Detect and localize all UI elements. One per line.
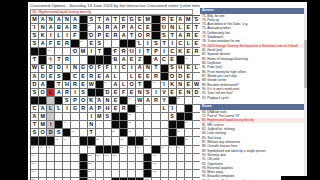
grid-cell[interactable]: S [55,73,63,81]
grid-cell[interactable]: A [47,24,55,32]
grid-cell[interactable]: I [128,65,136,73]
grid-cell[interactable]: 3N [47,16,55,24]
grid-cell[interactable] [63,170,71,178]
grid-cell[interactable]: 61S [63,97,71,105]
grid-cell[interactable]: 98 [177,146,185,154]
grid-cell[interactable]: L [120,81,128,89]
grid-cell[interactable]: 57S [31,89,39,97]
grid-cell[interactable]: 93 [120,146,128,154]
grid-cell[interactable] [144,105,152,113]
grid-cell[interactable]: L [161,105,169,113]
grid-cell[interactable] [177,105,185,113]
grid-cell[interactable]: S [169,113,177,121]
grid-cell[interactable]: A [120,56,128,64]
grid-cell[interactable]: E [55,40,63,48]
grid-cell[interactable]: R [152,73,160,81]
grid-cell[interactable]: C [136,24,144,32]
grid-cell[interactable]: 34U [128,48,136,56]
grid-cell[interactable] [104,178,112,180]
grid-cell[interactable]: N [71,65,79,73]
grid-cell[interactable]: 108 [31,170,39,178]
grid-cell[interactable]: 66C [31,105,39,113]
grid-cell[interactable]: 31O [71,48,79,56]
grid-cell[interactable]: 39 [185,56,193,64]
grid-cell[interactable]: C [161,56,169,64]
grid-cell[interactable] [169,170,177,178]
grid-cell[interactable]: M [96,113,104,121]
grid-cell[interactable]: 59D [104,89,112,97]
grid-cell[interactable] [161,178,169,180]
grid-cell[interactable]: S [104,113,112,121]
grid-cell[interactable] [47,170,55,178]
grid-cell[interactable]: 92 [88,146,96,154]
grid-cell[interactable]: 30 [47,48,55,56]
grid-cell[interactable]: P [71,97,79,105]
grid-cell[interactable] [80,121,88,129]
grid-cell[interactable]: 35T [31,56,39,64]
grid-cell[interactable] [152,105,160,113]
grid-cell[interactable] [177,170,185,178]
grid-cell[interactable]: T [161,40,169,48]
grid-cell[interactable]: 22U [161,24,169,32]
grid-cell[interactable]: K [177,48,185,56]
grid-cell[interactable]: I [88,48,96,56]
grid-cell[interactable] [128,170,136,178]
grid-cell[interactable]: 72 [128,113,136,121]
grid-cell[interactable]: Z [136,56,144,64]
grid-cell[interactable]: 20I [31,24,39,32]
grid-cell[interactable]: 74 [63,121,71,129]
grid-cell[interactable]: A [39,81,47,89]
grid-cell[interactable] [144,113,152,121]
grid-cell[interactable]: 14M [144,16,152,24]
grid-cell[interactable] [161,129,169,137]
grid-cell[interactable]: F [47,40,55,48]
grid-cell[interactable]: E [185,48,193,56]
grid-cell[interactable]: E [185,24,193,32]
grid-cell[interactable] [120,73,128,81]
grid-cell[interactable]: 112 [88,178,96,180]
grid-cell[interactable] [104,40,112,48]
grid-cell[interactable]: E [185,73,193,81]
grid-cell[interactable] [152,178,160,180]
grid-cell[interactable]: 91 [47,146,55,154]
grid-cell[interactable]: R [185,32,193,40]
grid-cell[interactable] [144,146,152,154]
grid-cell[interactable]: 52T [55,81,63,89]
grid-cell[interactable]: I [63,32,71,40]
grid-cell[interactable]: C [177,40,185,48]
grid-cell[interactable]: E [96,73,104,81]
grid-cell[interactable]: T [152,65,160,73]
grid-cell[interactable]: 83 [55,137,63,145]
grid-cell[interactable] [161,113,169,121]
grid-cell[interactable]: A [112,24,120,32]
grid-cell[interactable] [185,146,193,154]
grid-cell[interactable]: R [71,24,79,32]
grid-cell[interactable] [177,178,185,180]
grid-cell[interactable]: 64 [128,97,136,105]
grid-cell[interactable] [96,170,104,178]
grid-cell[interactable]: E [144,24,152,32]
grid-cell[interactable]: C [169,48,177,56]
grid-cell[interactable]: 42O [88,65,96,73]
grid-cell[interactable] [63,48,71,56]
grid-cell[interactable]: G [80,65,88,73]
grid-cell[interactable] [63,113,71,121]
grid-cell[interactable] [104,129,112,137]
grid-cell[interactable]: 68L [55,105,63,113]
grid-cell[interactable]: 27 [80,40,88,48]
grid-cell[interactable] [112,137,120,145]
grid-cell[interactable] [80,146,88,154]
grid-cell[interactable]: I [63,65,71,73]
grid-cell[interactable]: I [152,89,160,97]
grid-cell[interactable]: E [88,40,96,48]
grid-cell[interactable] [39,154,47,162]
grid-cell[interactable]: N [177,81,185,89]
grid-cell[interactable]: T [88,129,96,137]
grid-cell[interactable]: D [47,65,55,73]
grid-cell[interactable]: 32F [112,48,120,56]
grid-cell[interactable]: 65 [177,97,185,105]
grid-cell[interactable]: 84 [63,137,71,145]
grid-cell[interactable]: 75 [128,121,136,129]
grid-cell[interactable] [128,154,136,162]
grid-cell[interactable]: 50O [169,73,177,81]
grid-cell[interactable]: 15R [161,16,169,24]
grid-cell[interactable] [71,154,79,162]
grid-cell[interactable]: R [63,89,71,97]
grid-cell[interactable]: 94 [128,146,136,154]
grid-cell[interactable]: A [63,24,71,32]
grid-cell[interactable]: I [63,105,71,113]
grid-cell[interactable]: 109 [88,170,96,178]
grid-cell[interactable]: O [128,81,136,89]
grid-cell[interactable] [63,146,71,154]
grid-cell[interactable]: A [177,32,185,40]
grid-cell[interactable] [55,48,63,56]
grid-cell[interactable]: S [80,89,88,97]
grid-cell[interactable]: E [112,97,120,105]
grid-cell[interactable]: 90 [39,146,47,154]
grid-cell[interactable]: 113 [144,178,152,180]
grid-cell[interactable]: 67A [39,105,47,113]
grid-cell[interactable]: P [96,105,104,113]
grid-cell[interactable]: 55 [152,81,160,89]
grid-cell[interactable] [136,113,144,121]
grid-cell[interactable] [96,178,104,180]
grid-cell[interactable] [136,170,144,178]
grid-cell[interactable] [177,162,185,170]
grid-cell[interactable]: F [71,32,79,40]
grid-cell[interactable]: 21 [88,24,96,32]
grid-cell[interactable]: V [161,89,169,97]
grid-cell[interactable]: P [120,24,128,32]
grid-cell[interactable]: D [55,65,63,73]
grid-cell[interactable]: 97 [169,146,177,154]
down-clue-list[interactable]: 66. DNA lab tools72. Part of 'The Latera… [200,110,307,180]
grid-cell[interactable]: A [104,73,112,81]
grid-cell[interactable]: 101 [96,154,104,162]
grid-cell[interactable] [71,113,79,121]
grid-cell[interactable] [71,137,79,145]
grid-cell[interactable]: 62K [88,97,96,105]
grid-cell[interactable]: 63A [96,97,104,105]
grid-cell[interactable]: 111 [31,178,39,180]
grid-cell[interactable]: E [112,89,120,97]
grid-cell[interactable]: R [120,105,128,113]
grid-cell[interactable] [161,121,169,129]
grid-cell[interactable]: 48A [31,73,39,81]
grid-cell[interactable]: H [104,105,112,113]
grid-cell[interactable]: 26S [31,40,39,48]
clue-item[interactable]: 92. Playback cycle [200,96,307,100]
grid-cell[interactable]: A [55,89,63,97]
grid-cell[interactable]: I [88,113,96,121]
grid-cell[interactable]: M [39,113,47,121]
grid-cell[interactable]: R [144,32,152,40]
grid-cell[interactable]: N [88,121,96,129]
grid-cell[interactable]: A [128,24,136,32]
grid-cell[interactable]: 43F [96,65,104,73]
grid-cell[interactable]: L [112,73,120,81]
grid-cell[interactable]: 12G [128,16,136,24]
across-clue-list[interactable]: 71. Billy, for one73. Pony up74. Auto de… [200,14,307,101]
grid-cell[interactable]: 4A [55,16,63,24]
grid-cell[interactable]: 13E [136,16,144,24]
grid-cell[interactable]: D [47,129,55,137]
grid-cell[interactable]: P [152,48,160,56]
grid-cell[interactable] [55,113,63,121]
grid-cell[interactable] [55,162,63,170]
grid-cell[interactable]: 49C [71,73,79,81]
grid-cell[interactable] [152,121,160,129]
grid-cell[interactable] [185,129,193,137]
grid-cell[interactable] [55,178,63,180]
grid-cell[interactable] [112,40,120,48]
grid-cell[interactable]: T [169,32,177,40]
grid-cell[interactable]: N [185,89,193,97]
grid-cell[interactable]: 54 [104,81,112,89]
grid-cell[interactable]: I [47,32,55,40]
grid-cell[interactable]: 11E [120,16,128,24]
grid-cell[interactable] [39,170,47,178]
grid-cell[interactable]: A [144,97,152,105]
grid-cell[interactable]: E [112,105,120,113]
grid-cell[interactable]: 100 [88,154,96,162]
grid-cell[interactable]: 86 [120,137,128,145]
grid-cell[interactable]: A [39,40,47,48]
grid-cell[interactable] [104,121,112,129]
grid-cell[interactable]: E [80,81,88,89]
grid-cell[interactable] [152,137,160,145]
grid-cell[interactable]: 79 [71,129,79,137]
grid-cell[interactable] [185,97,193,105]
grid-cell[interactable]: T [144,48,152,56]
grid-cell[interactable] [185,162,193,170]
grid-cell[interactable]: I [161,48,169,56]
grid-cell[interactable] [71,162,79,170]
grid-cell[interactable]: R [152,97,160,105]
grid-cell[interactable] [104,170,112,178]
grid-cell[interactable]: 89 [31,146,39,154]
grid-cell[interactable] [185,154,193,162]
grid-cell[interactable]: 56I [161,81,169,89]
grid-cell[interactable]: A [88,105,96,113]
grid-cell[interactable]: R [104,24,112,32]
grid-cell[interactable]: 102 [104,154,112,162]
grid-cell[interactable] [47,113,55,121]
grid-cell[interactable]: 87 [144,137,152,145]
grid-cell[interactable]: R [88,73,96,81]
grid-cell[interactable]: 71A [31,113,39,121]
grid-cell[interactable] [161,154,169,162]
grid-cell[interactable] [39,178,47,180]
grid-cell[interactable]: N [39,24,47,32]
grid-cell[interactable] [185,170,193,178]
grid-cell[interactable]: 28L [136,40,144,48]
grid-cell[interactable]: 18M [185,16,193,24]
grid-cell[interactable]: 105 [31,162,39,170]
grid-cell[interactable]: D [177,73,185,81]
grid-cell[interactable]: M [80,48,88,56]
grid-cell[interactable] [55,154,63,162]
grid-cell[interactable]: I [112,65,120,73]
grid-cell[interactable] [169,162,177,170]
grid-cell[interactable]: R [63,40,71,48]
grid-cell[interactable]: T [136,81,144,89]
grid-cell[interactable]: 2A [39,16,47,24]
grid-cell[interactable]: 37B [112,56,120,64]
grid-cell[interactable]: E [185,65,193,73]
grid-cell[interactable]: 110 [152,170,160,178]
grid-cell[interactable] [71,178,79,180]
grid-cell[interactable]: 9A [104,16,112,24]
grid-cell[interactable]: E [128,56,136,64]
grid-cell[interactable] [112,162,120,170]
grid-cell[interactable]: Y [161,97,169,105]
grid-cell[interactable]: 104 [152,154,160,162]
grid-cell[interactable] [71,146,79,154]
grid-cell[interactable]: 29S [152,40,160,48]
grid-cell[interactable] [152,129,160,137]
grid-cell[interactable]: I [47,121,55,129]
grid-cell[interactable] [161,170,169,178]
grid-cell[interactable] [136,121,144,129]
grid-cell[interactable]: O [39,89,47,97]
scrollbar-track[interactable] [304,8,307,178]
grid-cell[interactable]: E [144,73,152,81]
grid-cell[interactable] [39,162,47,170]
grid-cell[interactable]: 58L [47,89,55,97]
grid-cell[interactable]: M [39,121,47,129]
grid-cell[interactable] [47,162,55,170]
grid-cell[interactable] [80,113,88,121]
grid-cell[interactable]: 41E [39,65,47,73]
grid-cell[interactable]: E [47,73,55,81]
grid-cell[interactable]: K [169,81,177,89]
grid-cell[interactable]: L [185,40,193,48]
grid-cell[interactable]: W [136,97,144,105]
grid-cell[interactable]: 60S [144,89,152,97]
grid-cell[interactable]: 69 [136,105,144,113]
scrollbar-thumb[interactable] [304,40,307,88]
grid-cell[interactable]: L [177,24,185,32]
grid-cell[interactable]: C [120,65,128,73]
grid-cell[interactable]: L [47,105,55,113]
grid-cell[interactable] [104,162,112,170]
grid-cell[interactable]: L [128,73,136,81]
grid-cell[interactable]: T [55,56,63,64]
grid-cell[interactable]: T [96,48,104,56]
grid-cell[interactable]: E [80,73,88,81]
grid-cell[interactable] [112,170,120,178]
grid-cell[interactable]: 80 [112,129,120,137]
grid-cell[interactable] [71,121,79,129]
grid-cell[interactable] [169,154,177,162]
grid-cell[interactable] [96,129,104,137]
grid-cell[interactable] [136,129,144,137]
grid-cell[interactable]: B [55,24,63,32]
grid-cell[interactable] [161,162,169,170]
grid-cell[interactable] [169,178,177,180]
grid-cell[interactable] [185,178,193,180]
grid-cell[interactable]: G [71,105,79,113]
grid-cell[interactable]: R [63,56,71,64]
grid-cell[interactable]: T [128,32,136,40]
grid-cell[interactable]: E [136,73,144,81]
crossword-grid[interactable]: 1M2A3N4A5N6A7S8T9A10T11E12G13E14M15R16E1… [30,15,201,180]
grid-cell[interactable]: 33R [120,48,128,56]
grid-cell[interactable] [152,113,160,121]
grid-cell[interactable] [71,170,79,178]
grid-cell[interactable]: E [169,56,177,64]
grid-cell[interactable]: I [169,40,177,48]
grid-cell[interactable]: L [55,32,63,40]
grid-cell[interactable]: 46S [169,65,177,73]
grid-cell[interactable]: 44F [104,65,112,73]
grid-cell[interactable]: 5N [63,16,71,24]
grid-cell[interactable]: S [96,40,104,48]
grid-cell[interactable]: 95 [136,146,144,154]
grid-cell[interactable]: E [169,89,177,97]
grid-cell[interactable]: 1M [31,16,39,24]
grid-cell[interactable]: 96 [161,146,169,154]
grid-cell[interactable]: N [104,97,112,105]
grid-cell[interactable]: 73T [31,121,39,129]
grid-cell[interactable]: N [136,89,144,97]
grid-cell[interactable]: O [136,32,144,40]
grid-cell[interactable]: 6A [71,16,79,24]
grid-cell[interactable]: K [39,32,47,40]
grid-cell[interactable]: A [120,32,128,40]
grid-cell[interactable]: I [136,48,144,56]
grid-cell[interactable]: 81 [128,129,136,137]
grid-cell[interactable]: I [144,40,152,48]
grid-cell[interactable]: A [96,24,104,32]
grid-cell[interactable] [96,162,104,170]
grid-cell[interactable]: E [128,89,136,97]
grid-cell[interactable]: 78S [55,129,63,137]
grid-cell[interactable]: 40W [31,65,39,73]
grid-cell[interactable]: 47H [177,65,185,73]
grid-cell[interactable]: D [39,73,47,81]
grid-cell[interactable]: 36I [47,56,55,64]
grid-cell[interactable]: A [136,65,144,73]
grid-cell[interactable] [136,162,144,170]
grid-cell[interactable] [47,97,55,105]
